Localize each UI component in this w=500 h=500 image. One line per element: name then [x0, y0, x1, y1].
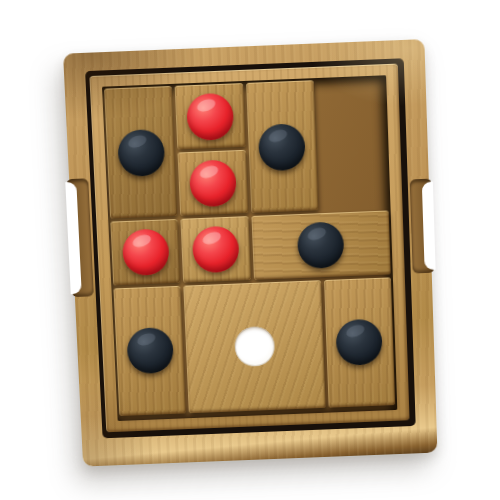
tray-grip-notch-right: [410, 179, 435, 274]
block-W1-big-2x2[interactable]: [184, 280, 326, 413]
block-R4-small-1x1[interactable]: [181, 217, 251, 283]
red-knob: [192, 226, 240, 274]
black-knob: [297, 221, 345, 269]
tray-well: [85, 58, 416, 438]
red-knob: [121, 228, 169, 276]
block-R3-small-1x1[interactable]: [110, 219, 180, 285]
black-knob: [117, 129, 165, 177]
tray-grip-notch-left: [66, 178, 94, 297]
red-knob: [186, 92, 234, 140]
black-knob: [126, 327, 174, 374]
notch-cutout: [422, 182, 436, 270]
block-V2-vertical-1x2[interactable]: [246, 80, 319, 213]
block-V1-vertical-1x2[interactable]: [104, 86, 177, 219]
puzzle-tray: [63, 39, 437, 466]
empty-cell: [316, 77, 386, 144]
red-knob: [189, 159, 237, 207]
white-knob: [234, 326, 275, 367]
block-R1-small-1x1[interactable]: [175, 83, 245, 150]
block-R2-small-1x1[interactable]: [178, 150, 248, 216]
block-V4-vertical-1x2[interactable]: [324, 277, 395, 408]
playfield: [102, 75, 397, 421]
inner-frame: [89, 64, 409, 433]
empty-cell: [319, 144, 389, 210]
block-V3-vertical-1x2[interactable]: [113, 285, 186, 416]
black-knob: [258, 123, 306, 171]
block-H1-horizontal-2x1[interactable]: [251, 211, 391, 280]
product-photo: [0, 0, 500, 500]
black-knob: [336, 319, 383, 366]
